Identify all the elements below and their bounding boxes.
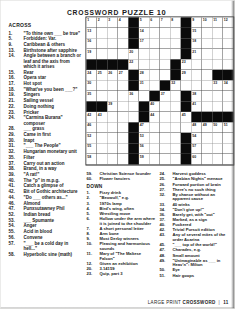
black-cell [139, 102, 150, 113]
grid-cell[interactable] [213, 91, 224, 102]
grid-cell[interactable] [97, 28, 108, 39]
cell-number: 50 [213, 123, 217, 127]
cell-number: 45 [182, 112, 186, 116]
clue-number: 58. [9, 251, 15, 256]
grid-cell[interactable] [108, 133, 119, 144]
grid-cell[interactable] [97, 39, 108, 50]
clue-text: Singers [24, 92, 41, 97]
grid-cell[interactable] [160, 60, 171, 71]
clue-22-across: 22.Doing nothing [9, 104, 82, 109]
grid-cell[interactable]: 11 [213, 18, 224, 29]
clue-text: Rear [24, 69, 34, 74]
grid-cell[interactable] [139, 60, 150, 71]
black-cell [129, 39, 140, 50]
clue-text: The "p" in m.p.g. [24, 177, 60, 182]
grid-cell[interactable] [150, 28, 161, 39]
cell-number: 34 [224, 81, 228, 85]
grid-cell[interactable] [118, 28, 129, 39]
clue-number: 32. [9, 149, 15, 154]
clue-21-across: 21.Sailing vessel [9, 98, 82, 103]
grid-cell[interactable] [160, 133, 171, 144]
grid-cell[interactable] [108, 49, 119, 60]
cell-number: 35 [87, 91, 91, 95]
black-cell [129, 133, 140, 144]
grid-cell[interactable]: 32 [171, 81, 182, 92]
grid-cell[interactable] [160, 102, 171, 113]
grid-cell[interactable] [150, 123, 161, 134]
clue-39-across: 39."A rat!" [9, 172, 82, 177]
grid-cell[interactable]: 5 [139, 18, 150, 29]
grid-cell[interactable] [171, 133, 182, 144]
cell-number: 3 [108, 18, 110, 22]
grid-cell[interactable] [181, 123, 192, 134]
grid-cell[interactable]: 17 [139, 39, 150, 50]
cell-number: 16 [87, 39, 91, 43]
grid-cell[interactable]: 8 [171, 18, 182, 29]
grid-cell[interactable]: 16 [87, 39, 98, 50]
clue-text: ___ grass [24, 126, 45, 131]
cell-number: 48 [192, 123, 196, 127]
grid-cell[interactable] [213, 133, 224, 144]
clue-44-across: 44."Do ___ others as..." [9, 195, 82, 200]
clue-text: Opera star [24, 75, 47, 80]
grid-cell[interactable] [108, 91, 119, 102]
clue-53-across: 53.___ Spumante [9, 218, 82, 223]
grid-cell[interactable] [202, 49, 213, 60]
cell-number: 10 [203, 18, 207, 22]
grid-cell[interactable]: 25 [97, 70, 108, 81]
footer-series-light: LARGE PRINT [148, 300, 181, 305]
clue-number: 44. [9, 195, 15, 200]
grid-cell[interactable]: 15 [192, 28, 203, 39]
grid-cell[interactable]: 2 [97, 18, 108, 29]
across-clue-list: 1."To thine own ___ be true"5.Forbidden:… [9, 30, 82, 256]
clue-text: Almond [24, 200, 41, 205]
clue-number: 23. [87, 271, 93, 276]
grid-cell[interactable] [97, 49, 108, 60]
grid-cell[interactable]: 23 [181, 60, 192, 71]
grid-cell[interactable] [150, 154, 161, 165]
clue-37-down: 37.Marked, as a sign [160, 217, 233, 222]
clue-number: 17. [9, 81, 15, 86]
grid-cell[interactable] [160, 112, 171, 123]
grid-cell[interactable]: 58 [87, 154, 98, 165]
black-cell [129, 28, 140, 39]
clue-number: 39. [9, 172, 15, 177]
grid-cell[interactable] [202, 102, 213, 113]
grid-cell[interactable] [171, 144, 182, 155]
cell-number: 19 [87, 49, 91, 53]
grid-cell[interactable]: 40 [150, 102, 161, 113]
clue-29-across: 29.Came in first [9, 132, 82, 137]
clue-number: 14. [9, 53, 15, 58]
grid-cell[interactable] [160, 39, 171, 50]
cell-number: 44 [150, 112, 154, 116]
cell-number: 11 [213, 18, 217, 22]
grid-cell[interactable]: 39 [108, 102, 119, 113]
clue-number: 5. [9, 36, 13, 41]
clue-23-across: 23.Pricker [9, 109, 82, 114]
grid-cell[interactable] [160, 70, 171, 81]
black-cell [181, 18, 192, 29]
clue-text: Quip, part 3 [100, 271, 123, 276]
clue-number: 55. [9, 229, 15, 234]
clue-text: Flower fanciers [100, 176, 130, 181]
grid-cell[interactable]: 14 [139, 28, 150, 39]
grid-cell[interactable]: 13 [87, 28, 98, 39]
grid-cell[interactable] [171, 154, 182, 165]
grid-cell[interactable] [150, 39, 161, 50]
clue-number: 29. [9, 132, 15, 137]
cell-number: 24 [87, 70, 91, 74]
right-clues-column: 24.Harvest goddess25."Arabian Nights" me… [160, 172, 233, 278]
grid-cell[interactable] [118, 39, 129, 50]
clue-40-across: 40.The "p" in m.p.g. [9, 177, 82, 182]
page-footer: LARGE PRINT CROSSWORD | 11 [148, 300, 229, 305]
clue-text: Hungarian monetary unit [24, 149, 77, 154]
grid-cell[interactable]: 31 [139, 81, 150, 92]
clue-32-across: 32.Hungarian monetary unit [9, 149, 82, 154]
black-cell [181, 39, 192, 50]
clue-number: 21. [9, 98, 15, 103]
cell-number: 53 [140, 133, 144, 137]
clue-text: Brand, in a way [24, 166, 57, 171]
clue-number: 10. [87, 242, 93, 247]
cell-number: 51 [224, 123, 228, 127]
clue-text: "A rat!" [24, 172, 40, 177]
clue-number: 18. [9, 86, 15, 91]
grid-cell[interactable] [202, 28, 213, 39]
grid-cell[interactable] [160, 154, 171, 165]
grid-cell[interactable] [118, 102, 129, 113]
grid-cell[interactable] [171, 49, 182, 60]
grid-cell[interactable]: 53 [139, 133, 150, 144]
cell-number: 32 [171, 81, 175, 85]
grid-cell[interactable] [129, 112, 140, 123]
clue-text: "To thine own ___ be true" [24, 30, 81, 35]
grid-cell[interactable] [202, 70, 213, 81]
clue-text: "Do ___ others as..." [24, 195, 68, 200]
grid-cell[interactable] [181, 81, 192, 92]
clue-24-across: 24."Carmina Burana" composer [9, 115, 82, 125]
grid-cell[interactable] [97, 144, 108, 155]
clue-number: 23. [9, 109, 15, 114]
cell-number: 57 [192, 144, 196, 148]
grid-cell[interactable] [171, 28, 182, 39]
down-clue-list: 1.Fizzy drink2."Beowulf," e.g.3.1970s la… [87, 191, 158, 276]
grid-cell[interactable]: 44 [150, 112, 161, 123]
grid-cell[interactable] [192, 70, 203, 81]
clue-number: 16. [9, 75, 15, 80]
grid-cell[interactable] [118, 49, 129, 60]
grid-cell[interactable]: 54 [192, 133, 203, 144]
grid-cell[interactable] [108, 28, 119, 39]
cell-number: 23 [182, 60, 186, 64]
grid-cell[interactable] [108, 123, 119, 134]
black-cell [181, 154, 192, 165]
cell-number: 18 [192, 39, 196, 43]
black-cell [97, 102, 108, 113]
black-cell [171, 60, 182, 71]
across-clues-column: ACROSS 1."To thine own ___ be true"5.For… [9, 23, 82, 258]
grid-cell[interactable]: 42 [87, 112, 98, 123]
grid-cell[interactable]: 41 [192, 102, 203, 113]
cell-number: 5 [140, 18, 142, 22]
grid-cell[interactable] [118, 81, 129, 92]
cell-number: 47 [140, 123, 144, 127]
grid-cell[interactable] [213, 144, 224, 155]
grid-cell[interactable] [213, 49, 224, 60]
grid-cell[interactable] [97, 91, 108, 102]
clue-1-across: 1."To thine own ___ be true" [9, 30, 82, 35]
grid-cell[interactable] [202, 81, 213, 92]
footer-page-number: 11 [223, 300, 228, 305]
grid-cell[interactable] [192, 60, 203, 71]
grid-cell[interactable] [171, 102, 182, 113]
cell-number: 15 [192, 28, 196, 32]
clue-17-across: 17.Hot spot [9, 81, 82, 86]
clue-55-across: 55.Acid in blood [9, 229, 82, 234]
grid-cell[interactable]: 28 [139, 70, 150, 81]
grid-cell[interactable] [108, 154, 119, 165]
clue-9-across: 9.Caribbean & others [9, 42, 82, 47]
cell-number: 25 [98, 70, 102, 74]
grid-cell[interactable] [139, 49, 150, 60]
grid-cell[interactable] [202, 60, 213, 71]
clue-text: Sailing vessel [24, 98, 54, 103]
clue-5-across: 5.Forbidden: Var. [9, 36, 82, 41]
grid-cell[interactable] [150, 70, 161, 81]
clue-text: Pricker [24, 109, 39, 114]
page-title: CROSSWORDPUZZLE 10 [1, 8, 233, 17]
black-cell [171, 70, 182, 81]
clue-number: 49. [160, 258, 166, 263]
grid-cell[interactable] [150, 49, 161, 60]
grid-cell[interactable]: 47 [139, 123, 150, 134]
grid-cell[interactable] [97, 81, 108, 92]
clue-text: By chance without an apparent cause [173, 192, 216, 202]
clue-16-across: 16.Opera star [9, 75, 82, 80]
clue-number: 54. [9, 223, 15, 228]
crossword-grid: 1234567891011121314151617181920212223242… [86, 17, 235, 166]
grid-cell[interactable]: 27 [118, 70, 129, 81]
grid-cell[interactable] [108, 39, 119, 50]
clue-text: Punxsutawney Phil [24, 206, 65, 211]
puzzle-page: CROSSWORDPUZZLE 10 123456789101112131415… [0, 0, 235, 309]
grid-cell[interactable] [129, 102, 140, 113]
clue-43-down: 43.Any of several mites of the order Aca… [160, 233, 233, 242]
grid-cell[interactable]: 6 [150, 18, 161, 29]
clue-text: ___ Spumante [24, 218, 55, 223]
grid-cell[interactable] [213, 154, 224, 165]
grid-cell[interactable]: 33 [213, 81, 224, 92]
grid-cell[interactable] [160, 49, 171, 60]
clue-text: Doing nothing [24, 104, 54, 109]
clue-text: Convene [24, 235, 43, 240]
grid-cell[interactable] [160, 123, 171, 134]
grid-cell[interactable] [160, 28, 171, 39]
grid-cell[interactable]: 49 [202, 123, 213, 134]
grid-cell[interactable]: 29 [181, 70, 192, 81]
grid-cell[interactable]: 18 [192, 39, 203, 50]
cell-number: 58 [87, 154, 91, 158]
cell-number: 59 [140, 154, 144, 158]
grid-cell[interactable]: 37 [160, 91, 171, 102]
grid-cell[interactable] [213, 60, 224, 71]
clue-text: Hair goops [173, 272, 195, 277]
cell-number: 17 [140, 39, 144, 43]
grid-cell[interactable]: 22 [129, 60, 140, 71]
black-cell [87, 60, 98, 71]
grid-cell[interactable] [118, 154, 129, 165]
grid-cell[interactable]: 26 [108, 70, 119, 81]
clue-number: 11. [87, 251, 93, 256]
grid-cell[interactable]: 46 [87, 123, 98, 134]
cell-number: 13 [87, 28, 91, 32]
grid-cell[interactable] [202, 133, 213, 144]
grid-cell[interactable] [118, 91, 129, 102]
grid-cell[interactable]: 43 [97, 112, 108, 123]
cell-number: 46 [87, 123, 91, 127]
grid-cell[interactable] [171, 112, 182, 123]
clue-text: "___ The People" [24, 143, 61, 148]
grid-cell[interactable]: 4 [118, 18, 129, 29]
clue-number: 46. [9, 200, 15, 205]
grid-cell[interactable] [118, 123, 129, 134]
grid-cell[interactable]: 48 [192, 123, 203, 134]
clue-text: Forbidden: Var. [24, 36, 57, 41]
middle-clues-column: 59.Christian Science founder60.Flower fa… [87, 172, 158, 277]
grid-cell[interactable]: 19 [87, 49, 98, 60]
grid-cell[interactable]: 3 [108, 18, 119, 29]
cell-number: 30 [87, 81, 91, 85]
grid-cell[interactable] [213, 28, 224, 39]
grid-cell[interactable] [118, 144, 129, 155]
black-cell [192, 112, 203, 123]
clue-number: 32. [160, 192, 166, 197]
grid-cell[interactable] [213, 102, 224, 113]
page-edge-shadow-right [231, 1, 235, 309]
grid-cell[interactable] [202, 154, 213, 165]
clue-12-down: 12.Given an exhibition [87, 261, 158, 266]
grid-cell[interactable]: 20 [129, 49, 140, 60]
clue-text: "Unimaginable as ___ in Heav'n": Milton [173, 257, 221, 267]
grid-cell[interactable] [97, 154, 108, 165]
clue-31-across: 31."___ The People" [9, 143, 82, 148]
grid-cell[interactable]: 9 [192, 18, 203, 29]
clue-number: 6. [87, 216, 90, 221]
grid-cell[interactable] [97, 133, 108, 144]
black-cell [213, 112, 224, 123]
cell-number: 6 [150, 18, 152, 22]
grid-cell[interactable] [213, 39, 224, 50]
cell-number: 56 [140, 144, 144, 148]
grid-cell[interactable]: 50 [213, 123, 224, 134]
clue-56-across: 56.Convene [9, 235, 82, 240]
black-cell [87, 102, 98, 113]
grid-cell[interactable]: 36 [129, 91, 140, 102]
across-clue-list-continued: 59.Christian Science founder60.Flower fa… [87, 172, 158, 182]
clue-number: 60. [87, 177, 93, 182]
down-header: DOWN [87, 184, 158, 189]
grid-cell[interactable] [202, 91, 213, 102]
grid-cell[interactable]: 59 [139, 154, 150, 165]
clue-number: 37. [9, 160, 15, 165]
clue-37-across: 37.Carry out an action [9, 160, 82, 165]
clue-number: 42. [9, 189, 15, 194]
grid-cell[interactable]: 55 [87, 144, 98, 155]
cell-number: 28 [140, 70, 144, 74]
grid-cell[interactable]: 38 [192, 91, 203, 102]
cell-number: 60 [192, 154, 196, 158]
grid-cell[interactable] [171, 39, 182, 50]
grid-cell[interactable] [108, 81, 119, 92]
clue-number: 56. [9, 235, 15, 240]
grid-cell[interactable]: 10 [202, 18, 213, 29]
grid-cell[interactable] [202, 39, 213, 50]
grid-cell[interactable] [150, 133, 161, 144]
clue-number: 13. [9, 47, 15, 52]
grid-cell[interactable]: 35 [87, 91, 98, 102]
clue-number: 38. [9, 166, 15, 171]
grid-cell[interactable]: 56 [139, 144, 150, 155]
grid-cell[interactable] [108, 144, 119, 155]
grid-cell[interactable] [150, 81, 161, 92]
grid-cell[interactable]: 1 [87, 18, 98, 29]
grid-cell[interactable] [171, 91, 182, 102]
clue-15-across: 15.Rear [9, 69, 82, 74]
clue-text: Anger [24, 223, 37, 228]
grid-cell[interactable] [192, 81, 203, 92]
cell-number: 55 [87, 144, 91, 148]
black-cell [129, 18, 140, 29]
grid-cell[interactable]: 21 [192, 49, 203, 60]
grid-cell[interactable] [202, 144, 213, 155]
grid-cell[interactable]: 45 [181, 112, 192, 123]
clue-38-across: 38.Brand, in a way [9, 166, 82, 171]
clue-41-across: 41.Catch a glimpse of [9, 183, 82, 188]
grid-cell[interactable] [150, 60, 161, 71]
clue-number: 35. [9, 155, 15, 160]
clue-number: 24. [9, 115, 15, 120]
grid-cell[interactable]: 60 [192, 154, 203, 165]
cell-number: 33 [213, 81, 217, 85]
grid-cell[interactable] [118, 112, 129, 123]
grid-cell[interactable] [97, 123, 108, 134]
grid-cell[interactable]: 7 [160, 18, 171, 29]
grid-cell[interactable] [108, 112, 119, 123]
grid-cell[interactable] [171, 123, 182, 134]
grid-cell[interactable]: 30 [87, 81, 98, 92]
clue-text: Angle between a branch or leaf and the a… [24, 53, 82, 68]
black-cell [129, 70, 140, 81]
clue-number: 9. [9, 42, 13, 47]
grid-cell[interactable]: 52 [87, 133, 98, 144]
grid-cell[interactable] [150, 144, 161, 155]
cell-number: 26 [108, 70, 112, 74]
grid-cell[interactable] [139, 91, 150, 102]
clue-text: Bit of Gothic architecture [24, 189, 78, 194]
clue-number: 1. [9, 30, 13, 35]
grid-cell[interactable] [160, 144, 171, 155]
clue-18-across: 18."What've you been ___?" [9, 86, 82, 91]
clue-number: 40. [9, 177, 15, 182]
grid-cell[interactable]: 24 [87, 70, 98, 81]
clue-10-down: 10.Pleasing and harmonious sounds [87, 242, 158, 251]
grid-cell[interactable]: 57 [192, 144, 203, 155]
cell-number: 36 [129, 91, 133, 95]
grid-cell[interactable] [118, 133, 129, 144]
